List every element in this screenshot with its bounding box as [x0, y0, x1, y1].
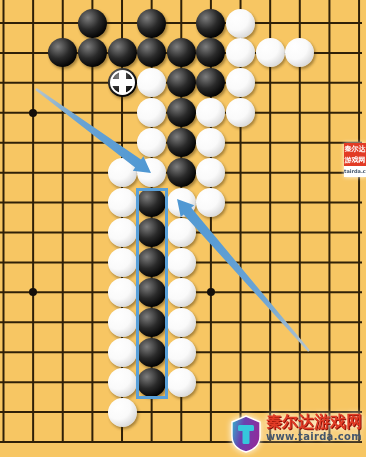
white-stone: [256, 38, 285, 67]
white-stone: [108, 308, 137, 337]
white-stone: [137, 98, 166, 127]
white-stone: [137, 128, 166, 157]
black-stone: [167, 68, 196, 97]
watermark-bottom: 秦尔达游戏网 www.tairda.com: [229, 413, 366, 457]
white-stone: [196, 98, 225, 127]
white-stone: [108, 338, 137, 367]
white-stone: [167, 188, 196, 217]
watermark-side-badge: 秦尔达游戏网 tairda.com: [344, 143, 366, 177]
black-stone: [137, 9, 166, 38]
white-stone: [196, 188, 225, 217]
black-stone: [196, 68, 225, 97]
white-stone: [137, 68, 166, 97]
black-stone: [167, 38, 196, 67]
white-stone: [285, 38, 314, 67]
white-stone: [167, 308, 196, 337]
stones-layer: [0, 0, 366, 457]
white-stone: [226, 38, 255, 67]
white-stone: [167, 248, 196, 277]
black-stone: [196, 38, 225, 67]
black-stone: [137, 38, 166, 67]
white-stone: [108, 158, 137, 187]
white-stone: [167, 368, 196, 397]
black-stone: [167, 98, 196, 127]
white-stone: [108, 398, 137, 427]
white-stone: [108, 218, 137, 247]
black-stone: [196, 9, 225, 38]
white-stone: [226, 9, 255, 38]
shield-T-logo-icon: [229, 415, 263, 453]
marked-black-stone: [108, 68, 137, 97]
star-point: [29, 109, 37, 117]
black-stone: [48, 38, 77, 67]
white-stone: [167, 218, 196, 247]
black-stone: [167, 128, 196, 157]
highlight-rectangle: [136, 188, 168, 399]
white-stone: [108, 278, 137, 307]
star-point: [29, 288, 37, 296]
mark-cross-icon: [111, 79, 134, 86]
watermark-site-name: 秦尔达游戏网: [266, 413, 362, 431]
watermark-side-site-name: 秦尔达游戏网: [344, 143, 366, 166]
white-stone: [108, 248, 137, 277]
star-point: [207, 288, 215, 296]
white-stone: [196, 128, 225, 157]
white-stone: [167, 338, 196, 367]
white-stone: [137, 158, 166, 187]
black-stone: [78, 9, 107, 38]
white-stone: [108, 188, 137, 217]
white-stone: [108, 368, 137, 397]
watermark-url[interactable]: www.tairda.com: [266, 431, 362, 443]
white-stone: [226, 68, 255, 97]
go-diagram-screen: 秦尔达游戏网 tairda.com 秦尔达游戏网 www.tairda.com: [0, 0, 366, 457]
watermark-side-url: tairda.com: [344, 166, 366, 177]
black-stone: [167, 158, 196, 187]
black-stone: [78, 38, 107, 67]
white-stone: [226, 98, 255, 127]
white-stone: [167, 278, 196, 307]
black-stone: [108, 38, 137, 67]
white-stone: [196, 158, 225, 187]
